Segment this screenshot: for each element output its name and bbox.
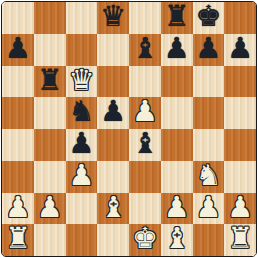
square-h6[interactable] [224, 66, 256, 98]
square-e6[interactable] [129, 66, 161, 98]
square-f6[interactable] [161, 66, 193, 98]
piece-white-bishop[interactable]: ♝ [164, 223, 190, 255]
square-a6[interactable] [2, 66, 34, 98]
square-d8[interactable]: ♛ [97, 2, 129, 34]
square-b2[interactable]: ♟ [34, 193, 66, 225]
square-h7[interactable]: ♟ [224, 34, 256, 66]
chess-board-frame: ♛♜♚♟♝♟♟♟♜♛♞♟♟♟♝♟♞♟♟♝♟♟♟♜♚♝♜ [1, 1, 257, 257]
square-d1[interactable] [97, 224, 129, 256]
square-f2[interactable]: ♟ [161, 193, 193, 225]
piece-black-queen[interactable]: ♛ [100, 1, 126, 33]
square-h4[interactable] [224, 129, 256, 161]
square-c1[interactable] [66, 224, 98, 256]
square-b5[interactable] [34, 97, 66, 129]
piece-black-king[interactable]: ♚ [195, 1, 221, 33]
piece-black-rook[interactable]: ♜ [164, 1, 190, 33]
piece-white-rook[interactable]: ♜ [5, 223, 31, 255]
square-e4[interactable]: ♝ [129, 129, 161, 161]
square-f3[interactable] [161, 161, 193, 193]
piece-white-pawn[interactable]: ♟ [164, 192, 190, 224]
square-g5[interactable] [193, 97, 225, 129]
square-a7[interactable]: ♟ [2, 34, 34, 66]
square-c7[interactable] [66, 34, 98, 66]
square-b6[interactable]: ♜ [34, 66, 66, 98]
piece-black-pawn[interactable]: ♟ [100, 96, 126, 128]
square-c4[interactable]: ♟ [66, 129, 98, 161]
square-h1[interactable]: ♜ [224, 224, 256, 256]
square-e3[interactable] [129, 161, 161, 193]
square-d6[interactable] [97, 66, 129, 98]
square-d3[interactable] [97, 161, 129, 193]
square-e2[interactable] [129, 193, 161, 225]
square-h8[interactable] [224, 2, 256, 34]
piece-black-pawn[interactable]: ♟ [227, 33, 253, 65]
square-b7[interactable] [34, 34, 66, 66]
square-g7[interactable]: ♟ [193, 34, 225, 66]
square-h3[interactable] [224, 161, 256, 193]
square-b4[interactable] [34, 129, 66, 161]
square-g6[interactable] [193, 66, 225, 98]
square-a8[interactable] [2, 2, 34, 34]
piece-white-knight[interactable]: ♞ [195, 160, 221, 192]
square-e1[interactable]: ♚ [129, 224, 161, 256]
piece-black-knight[interactable]: ♞ [68, 96, 94, 128]
piece-white-pawn[interactable]: ♟ [132, 96, 158, 128]
square-e8[interactable] [129, 2, 161, 34]
square-h5[interactable] [224, 97, 256, 129]
square-a1[interactable]: ♜ [2, 224, 34, 256]
square-a2[interactable]: ♟ [2, 193, 34, 225]
piece-white-queen[interactable]: ♛ [68, 65, 94, 97]
square-c8[interactable] [66, 2, 98, 34]
piece-black-pawn[interactable]: ♟ [195, 33, 221, 65]
square-c3[interactable]: ♟ [66, 161, 98, 193]
piece-white-bishop[interactable]: ♝ [100, 192, 126, 224]
piece-black-pawn[interactable]: ♟ [164, 33, 190, 65]
chess-board: ♛♜♚♟♝♟♟♟♜♛♞♟♟♟♝♟♞♟♟♝♟♟♟♜♚♝♜ [2, 2, 256, 256]
piece-white-pawn[interactable]: ♟ [37, 192, 63, 224]
square-c6[interactable]: ♛ [66, 66, 98, 98]
square-g3[interactable]: ♞ [193, 161, 225, 193]
square-f7[interactable]: ♟ [161, 34, 193, 66]
square-f1[interactable]: ♝ [161, 224, 193, 256]
square-a3[interactable] [2, 161, 34, 193]
square-b3[interactable] [34, 161, 66, 193]
piece-white-pawn[interactable]: ♟ [227, 192, 253, 224]
square-h2[interactable]: ♟ [224, 193, 256, 225]
square-f5[interactable] [161, 97, 193, 129]
piece-black-pawn[interactable]: ♟ [5, 33, 31, 65]
square-f8[interactable]: ♜ [161, 2, 193, 34]
square-e5[interactable]: ♟ [129, 97, 161, 129]
square-d2[interactable]: ♝ [97, 193, 129, 225]
piece-black-bishop[interactable]: ♝ [132, 128, 158, 160]
square-d5[interactable]: ♟ [97, 97, 129, 129]
square-d4[interactable] [97, 129, 129, 161]
piece-white-pawn[interactable]: ♟ [5, 192, 31, 224]
piece-black-bishop[interactable]: ♝ [132, 33, 158, 65]
square-b8[interactable] [34, 2, 66, 34]
piece-white-king[interactable]: ♚ [132, 223, 158, 255]
piece-black-pawn[interactable]: ♟ [68, 128, 94, 160]
square-d7[interactable] [97, 34, 129, 66]
square-f4[interactable] [161, 129, 193, 161]
square-g4[interactable] [193, 129, 225, 161]
piece-white-pawn[interactable]: ♟ [68, 160, 94, 192]
square-c5[interactable]: ♞ [66, 97, 98, 129]
square-a4[interactable] [2, 129, 34, 161]
square-b1[interactable] [34, 224, 66, 256]
piece-black-rook[interactable]: ♜ [37, 65, 63, 97]
square-e7[interactable]: ♝ [129, 34, 161, 66]
piece-white-rook[interactable]: ♜ [227, 223, 253, 255]
square-g1[interactable] [193, 224, 225, 256]
square-g8[interactable]: ♚ [193, 2, 225, 34]
square-g2[interactable]: ♟ [193, 193, 225, 225]
square-a5[interactable] [2, 97, 34, 129]
square-c2[interactable] [66, 193, 98, 225]
piece-white-pawn[interactable]: ♟ [195, 192, 221, 224]
